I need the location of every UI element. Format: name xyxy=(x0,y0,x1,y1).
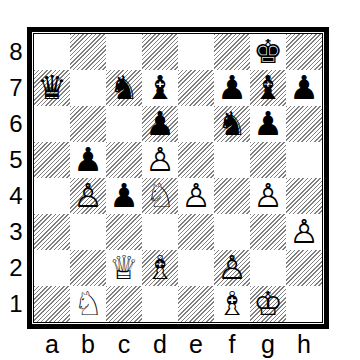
square-h7[interactable]: ♟ xyxy=(286,70,322,106)
black-pawn-h7[interactable]: ♟ xyxy=(289,70,319,106)
white-pawn-f2[interactable]: ♙ xyxy=(217,250,247,286)
square-e1[interactable] xyxy=(178,286,214,322)
square-c1[interactable] xyxy=(106,286,142,322)
black-king-g8[interactable]: ♚ xyxy=(253,34,283,70)
rank-label-3: 3 xyxy=(4,214,28,250)
square-c3[interactable] xyxy=(106,214,142,250)
board-inner-border: ♚♛♞♝♟♝♟♟♞♟♟♙♙♟♘♙♙♙♕♗♙♘♗♔ xyxy=(33,33,323,323)
rank-label-6: 6 xyxy=(4,106,28,142)
square-a6[interactable] xyxy=(34,106,70,142)
square-d8[interactable] xyxy=(142,34,178,70)
black-pawn-c4[interactable]: ♟ xyxy=(109,178,139,214)
rank-label-5: 5 xyxy=(4,142,28,178)
square-e6[interactable] xyxy=(178,106,214,142)
file-label-a: a xyxy=(34,331,70,358)
black-queen-a7[interactable]: ♛ xyxy=(37,70,67,106)
square-g7[interactable]: ♝ xyxy=(250,70,286,106)
file-label-c: c xyxy=(106,331,142,358)
square-d1[interactable] xyxy=(142,286,178,322)
square-g2[interactable] xyxy=(250,250,286,286)
rank-label-4: 4 xyxy=(4,178,28,214)
rank-labels: 87654321 xyxy=(4,34,28,322)
square-e4[interactable]: ♙ xyxy=(178,178,214,214)
rank-label-1: 1 xyxy=(4,286,28,322)
square-g6[interactable]: ♟ xyxy=(250,106,286,142)
square-e5[interactable] xyxy=(178,142,214,178)
square-b6[interactable] xyxy=(70,106,106,142)
square-h6[interactable] xyxy=(286,106,322,142)
square-h3[interactable]: ♙ xyxy=(286,214,322,250)
board-frame: ♚♛♞♝♟♝♟♟♞♟♟♙♙♟♘♙♙♙♕♗♙♘♗♔ xyxy=(27,27,329,329)
square-e8[interactable] xyxy=(178,34,214,70)
square-b5[interactable]: ♟ xyxy=(70,142,106,178)
file-label-b: b xyxy=(70,331,106,358)
black-knight-c7[interactable]: ♞ xyxy=(109,70,139,106)
square-h8[interactable] xyxy=(286,34,322,70)
square-h2[interactable] xyxy=(286,250,322,286)
square-f3[interactable] xyxy=(214,214,250,250)
square-d3[interactable] xyxy=(142,214,178,250)
square-c2[interactable]: ♕ xyxy=(106,250,142,286)
square-e3[interactable] xyxy=(178,214,214,250)
rank-label-7: 7 xyxy=(4,70,28,106)
square-c5[interactable] xyxy=(106,142,142,178)
square-a2[interactable] xyxy=(34,250,70,286)
square-a5[interactable] xyxy=(34,142,70,178)
square-a7[interactable]: ♛ xyxy=(34,70,70,106)
black-pawn-d6[interactable]: ♟ xyxy=(145,106,175,142)
square-h1[interactable] xyxy=(286,286,322,322)
black-pawn-f7[interactable]: ♟ xyxy=(217,70,247,106)
square-e7[interactable] xyxy=(178,70,214,106)
square-f2[interactable]: ♙ xyxy=(214,250,250,286)
white-bishop-d2[interactable]: ♗ xyxy=(145,250,175,286)
square-f7[interactable]: ♟ xyxy=(214,70,250,106)
square-f8[interactable] xyxy=(214,34,250,70)
square-b8[interactable] xyxy=(70,34,106,70)
white-pawn-b4[interactable]: ♙ xyxy=(73,178,103,214)
square-a8[interactable] xyxy=(34,34,70,70)
square-h4[interactable] xyxy=(286,178,322,214)
white-knight-b1[interactable]: ♘ xyxy=(73,286,103,322)
black-pawn-b5[interactable]: ♟ xyxy=(73,142,103,178)
file-label-d: d xyxy=(142,331,178,358)
square-g8[interactable]: ♚ xyxy=(250,34,286,70)
square-f6[interactable]: ♞ xyxy=(214,106,250,142)
square-f1[interactable]: ♗ xyxy=(214,286,250,322)
square-b2[interactable] xyxy=(70,250,106,286)
white-pawn-e4[interactable]: ♙ xyxy=(181,178,211,214)
file-label-g: g xyxy=(250,331,286,358)
square-c6[interactable] xyxy=(106,106,142,142)
square-d5[interactable]: ♙ xyxy=(142,142,178,178)
square-g5[interactable] xyxy=(250,142,286,178)
square-a3[interactable] xyxy=(34,214,70,250)
square-c4[interactable]: ♟ xyxy=(106,178,142,214)
square-e2[interactable] xyxy=(178,250,214,286)
board-grid: ♚♛♞♝♟♝♟♟♞♟♟♙♙♟♘♙♙♙♕♗♙♘♗♔ xyxy=(34,34,322,322)
square-b7[interactable] xyxy=(70,70,106,106)
square-f5[interactable] xyxy=(214,142,250,178)
black-bishop-d7[interactable]: ♝ xyxy=(145,70,175,106)
rank-label-2: 2 xyxy=(4,250,28,286)
black-knight-f6[interactable]: ♞ xyxy=(217,106,247,142)
white-king-g1[interactable]: ♔ xyxy=(253,286,283,322)
square-g3[interactable] xyxy=(250,214,286,250)
chess-diagram-page: { "game": "chess", "position": { "fen": … xyxy=(0,0,360,360)
file-label-e: e xyxy=(178,331,214,358)
square-g1[interactable]: ♔ xyxy=(250,286,286,322)
rank-label-8: 8 xyxy=(4,34,28,70)
square-f4[interactable] xyxy=(214,178,250,214)
square-d2[interactable]: ♗ xyxy=(142,250,178,286)
square-a1[interactable] xyxy=(34,286,70,322)
square-d6[interactable]: ♟ xyxy=(142,106,178,142)
white-bishop-f1[interactable]: ♗ xyxy=(217,286,247,322)
square-c7[interactable]: ♞ xyxy=(106,70,142,106)
square-c8[interactable] xyxy=(106,34,142,70)
white-pawn-d5[interactable]: ♙ xyxy=(145,142,175,178)
square-d7[interactable]: ♝ xyxy=(142,70,178,106)
square-b4[interactable]: ♙ xyxy=(70,178,106,214)
square-d4[interactable]: ♘ xyxy=(142,178,178,214)
black-pawn-g6[interactable]: ♟ xyxy=(253,106,283,142)
square-g4[interactable]: ♙ xyxy=(250,178,286,214)
white-pawn-h3[interactable]: ♙ xyxy=(289,214,319,250)
square-b1[interactable]: ♘ xyxy=(70,286,106,322)
file-labels: abcdefgh xyxy=(34,331,322,358)
white-pawn-g4[interactable]: ♙ xyxy=(253,178,283,214)
file-label-h: h xyxy=(286,331,322,358)
white-knight-d4[interactable]: ♘ xyxy=(145,178,175,214)
file-label-f: f xyxy=(214,331,250,358)
square-b3[interactable] xyxy=(70,214,106,250)
white-queen-c2[interactable]: ♕ xyxy=(109,250,139,286)
square-h5[interactable] xyxy=(286,142,322,178)
black-bishop-g7[interactable]: ♝ xyxy=(253,70,283,106)
square-a4[interactable] xyxy=(34,178,70,214)
